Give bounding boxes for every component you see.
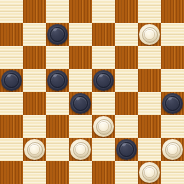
black-man-glyph: ⛂: [69, 92, 70, 93]
white-man-piece[interactable]: ⛀: [70, 139, 91, 160]
square-g5[interactable]: [138, 69, 161, 92]
square-c4: [46, 92, 69, 115]
square-c6: [46, 46, 69, 69]
square-h3: [161, 115, 184, 138]
white-man-glyph: ⛀: [138, 23, 139, 24]
square-b7: [23, 23, 46, 46]
square-d4[interactable]: ⛂: [69, 92, 92, 115]
square-f1: [115, 161, 138, 184]
square-a7[interactable]: [0, 23, 23, 46]
square-h5: [161, 69, 184, 92]
square-e1[interactable]: [92, 161, 115, 184]
black-man-glyph: ⛂: [46, 69, 47, 70]
square-h6[interactable]: [161, 46, 184, 69]
square-c3[interactable]: [46, 115, 69, 138]
square-d3: [69, 115, 92, 138]
black-man-piece[interactable]: ⛂: [1, 70, 22, 91]
white-man-piece[interactable]: ⛀: [93, 116, 114, 137]
square-g4: [138, 92, 161, 115]
square-b6[interactable]: [23, 46, 46, 69]
square-h2[interactable]: ⛀: [161, 138, 184, 161]
white-man-glyph: ⛀: [92, 115, 93, 116]
white-man-glyph: ⛀: [161, 138, 162, 139]
square-f4[interactable]: [115, 92, 138, 115]
square-h1: [161, 161, 184, 184]
black-man-piece[interactable]: ⛂: [116, 139, 137, 160]
square-e5[interactable]: ⛂: [92, 69, 115, 92]
white-man-piece[interactable]: ⛀: [24, 139, 45, 160]
square-a5[interactable]: ⛂: [0, 69, 23, 92]
checkers-board: ⛂⛀⛂⛂⛂⛂⛂⛀⛀⛀⛂⛀⛀: [0, 0, 184, 184]
square-b5: [23, 69, 46, 92]
square-c7[interactable]: ⛂: [46, 23, 69, 46]
square-e3[interactable]: ⛀: [92, 115, 115, 138]
square-f6[interactable]: [115, 46, 138, 69]
square-d8[interactable]: [69, 0, 92, 23]
square-a1[interactable]: [0, 161, 23, 184]
square-g1[interactable]: ⛀: [138, 161, 161, 184]
black-man-glyph: ⛂: [92, 69, 93, 70]
black-man-glyph: ⛂: [46, 23, 47, 24]
square-a4: [0, 92, 23, 115]
square-a3[interactable]: [0, 115, 23, 138]
black-man-piece[interactable]: ⛂: [162, 93, 183, 114]
square-c1[interactable]: [46, 161, 69, 184]
white-man-glyph: ⛀: [23, 138, 24, 139]
square-a6: [0, 46, 23, 69]
square-b8[interactable]: [23, 0, 46, 23]
black-man-glyph: ⛂: [115, 138, 116, 139]
white-man-piece[interactable]: ⛀: [139, 24, 160, 45]
square-e8: [92, 0, 115, 23]
square-b4[interactable]: [23, 92, 46, 115]
square-g6: [138, 46, 161, 69]
square-e4: [92, 92, 115, 115]
black-man-glyph: ⛂: [161, 92, 162, 93]
square-b2[interactable]: ⛀: [23, 138, 46, 161]
square-e2: [92, 138, 115, 161]
square-d7: [69, 23, 92, 46]
black-man-piece[interactable]: ⛂: [47, 24, 68, 45]
square-a2: [0, 138, 23, 161]
black-man-piece[interactable]: ⛂: [47, 70, 68, 91]
square-c5[interactable]: ⛂: [46, 69, 69, 92]
square-g2: [138, 138, 161, 161]
square-d6[interactable]: [69, 46, 92, 69]
square-f7: [115, 23, 138, 46]
white-man-piece[interactable]: ⛀: [139, 162, 160, 183]
square-e6: [92, 46, 115, 69]
black-man-piece[interactable]: ⛂: [70, 93, 91, 114]
white-man-glyph: ⛀: [138, 161, 139, 162]
square-f5: [115, 69, 138, 92]
square-c8: [46, 0, 69, 23]
square-b3: [23, 115, 46, 138]
white-man-glyph: ⛀: [69, 138, 70, 139]
square-f2[interactable]: ⛂: [115, 138, 138, 161]
black-man-piece[interactable]: ⛂: [93, 70, 114, 91]
square-g3[interactable]: [138, 115, 161, 138]
square-f8[interactable]: [115, 0, 138, 23]
square-d5: [69, 69, 92, 92]
black-man-glyph: ⛂: [0, 69, 1, 70]
square-f3: [115, 115, 138, 138]
square-d2[interactable]: ⛀: [69, 138, 92, 161]
square-h7: [161, 23, 184, 46]
square-c2: [46, 138, 69, 161]
square-g8: [138, 0, 161, 23]
square-e7[interactable]: [92, 23, 115, 46]
square-h4[interactable]: ⛂: [161, 92, 184, 115]
square-h8[interactable]: [161, 0, 184, 23]
square-g7[interactable]: ⛀: [138, 23, 161, 46]
square-a8: [0, 0, 23, 23]
square-b1: [23, 161, 46, 184]
white-man-piece[interactable]: ⛀: [162, 139, 183, 160]
square-d1: [69, 161, 92, 184]
